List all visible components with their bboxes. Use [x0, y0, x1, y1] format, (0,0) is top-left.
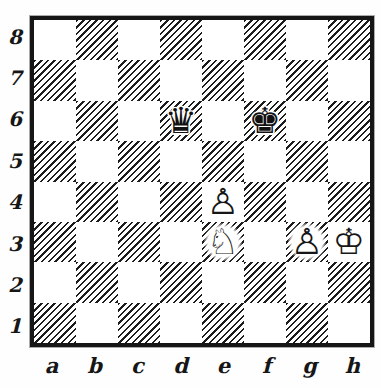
chess-diagram: 87654321 ♛♚♟♙♞♘♟♙♚♔ abcdefgh — [0, 0, 381, 388]
square-g2[interactable] — [286, 262, 328, 302]
square-f1[interactable] — [244, 303, 286, 343]
square-h6[interactable] — [328, 101, 370, 141]
square-g4[interactable] — [286, 182, 328, 222]
square-f3[interactable] — [244, 222, 286, 262]
square-f2[interactable] — [244, 262, 286, 302]
square-f8[interactable] — [244, 20, 286, 60]
square-g8[interactable] — [286, 20, 328, 60]
square-a6[interactable] — [34, 101, 76, 141]
square-d2[interactable] — [160, 262, 202, 302]
square-g3[interactable]: ♟♙ — [286, 222, 328, 262]
square-d6[interactable]: ♛ — [160, 101, 202, 141]
square-e1[interactable] — [202, 303, 244, 343]
square-e3[interactable]: ♞♘ — [202, 222, 244, 262]
square-c2[interactable] — [118, 262, 160, 302]
file-label-c: c — [116, 347, 159, 383]
chessboard: ♛♚♟♙♞♘♟♙♚♔ — [30, 16, 374, 347]
square-d8[interactable] — [160, 20, 202, 60]
square-d1[interactable] — [160, 303, 202, 343]
square-f4[interactable] — [244, 182, 286, 222]
rank-label-2: 2 — [2, 264, 28, 305]
white-knight[interactable]: ♞♘ — [202, 222, 244, 262]
rank-label-4: 4 — [2, 182, 28, 223]
square-c4[interactable] — [118, 182, 160, 222]
square-b8[interactable] — [76, 20, 118, 60]
white-knight-glyph: ♘ — [202, 222, 244, 262]
square-g5[interactable] — [286, 141, 328, 181]
square-e2[interactable] — [202, 262, 244, 302]
square-e6[interactable] — [202, 101, 244, 141]
white-king-glyph: ♔ — [328, 222, 370, 262]
square-b2[interactable] — [76, 262, 118, 302]
square-h1[interactable] — [328, 303, 370, 343]
square-f7[interactable] — [244, 60, 286, 100]
rank-label-6: 6 — [2, 99, 28, 140]
white-pawn-glyph: ♙ — [286, 222, 328, 262]
square-c3[interactable] — [118, 222, 160, 262]
square-c5[interactable] — [118, 141, 160, 181]
file-label-d: d — [159, 347, 202, 383]
square-f6[interactable]: ♚ — [244, 101, 286, 141]
file-label-g: g — [288, 347, 331, 383]
square-b7[interactable] — [76, 60, 118, 100]
square-a2[interactable] — [34, 262, 76, 302]
square-c1[interactable] — [118, 303, 160, 343]
square-e5[interactable] — [202, 141, 244, 181]
white-king[interactable]: ♚♔ — [328, 222, 370, 262]
square-h4[interactable] — [328, 182, 370, 222]
square-b3[interactable] — [76, 222, 118, 262]
square-a1[interactable] — [34, 303, 76, 343]
rank-label-7: 7 — [2, 57, 28, 98]
rank-label-8: 8 — [2, 16, 28, 57]
black-king[interactable]: ♚ — [244, 101, 286, 141]
rank-labels: 87654321 — [2, 16, 28, 347]
square-d7[interactable] — [160, 60, 202, 100]
square-b1[interactable] — [76, 303, 118, 343]
square-g7[interactable] — [286, 60, 328, 100]
rank-label-5: 5 — [2, 140, 28, 181]
rank-label-3: 3 — [2, 223, 28, 264]
file-label-b: b — [73, 347, 116, 383]
square-h2[interactable] — [328, 262, 370, 302]
file-label-a: a — [30, 347, 73, 383]
square-h7[interactable] — [328, 60, 370, 100]
black-king-glyph: ♚ — [244, 101, 286, 141]
white-pawn[interactable]: ♟♙ — [202, 182, 244, 222]
square-a5[interactable] — [34, 141, 76, 181]
square-a3[interactable] — [34, 222, 76, 262]
white-pawn[interactable]: ♟♙ — [286, 222, 328, 262]
square-b5[interactable] — [76, 141, 118, 181]
file-label-e: e — [202, 347, 245, 383]
square-d3[interactable] — [160, 222, 202, 262]
black-queen[interactable]: ♛ — [160, 101, 202, 141]
square-a4[interactable] — [34, 182, 76, 222]
square-h8[interactable] — [328, 20, 370, 60]
square-b4[interactable] — [76, 182, 118, 222]
square-a7[interactable] — [34, 60, 76, 100]
square-h5[interactable] — [328, 141, 370, 181]
square-g6[interactable] — [286, 101, 328, 141]
black-queen-glyph: ♛ — [160, 101, 202, 141]
square-h3[interactable]: ♚♔ — [328, 222, 370, 262]
square-c8[interactable] — [118, 20, 160, 60]
square-e7[interactable] — [202, 60, 244, 100]
square-a8[interactable] — [34, 20, 76, 60]
square-b6[interactable] — [76, 101, 118, 141]
square-g1[interactable] — [286, 303, 328, 343]
square-c7[interactable] — [118, 60, 160, 100]
square-c6[interactable] — [118, 101, 160, 141]
file-labels: abcdefgh — [30, 347, 374, 383]
square-e8[interactable] — [202, 20, 244, 60]
square-d5[interactable] — [160, 141, 202, 181]
square-e4[interactable]: ♟♙ — [202, 182, 244, 222]
white-pawn-glyph: ♙ — [202, 182, 244, 222]
file-label-h: h — [331, 347, 374, 383]
file-label-f: f — [245, 347, 288, 383]
rank-label-1: 1 — [2, 306, 28, 347]
square-f5[interactable] — [244, 141, 286, 181]
square-d4[interactable] — [160, 182, 202, 222]
